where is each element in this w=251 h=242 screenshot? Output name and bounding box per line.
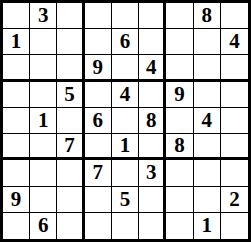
cell-r2c6[interactable] xyxy=(139,29,166,55)
cell-r9c9[interactable] xyxy=(221,213,248,239)
cell-r3c4[interactable]: 9 xyxy=(85,55,112,81)
sudoku-board: 381649454916847187395261 xyxy=(0,0,251,242)
cell-r1c3[interactable] xyxy=(57,3,84,29)
cell-r6c2[interactable] xyxy=(30,134,57,160)
cell-r3c8[interactable] xyxy=(194,55,221,81)
cell-r6c4[interactable] xyxy=(85,134,112,160)
cell-r5c9[interactable] xyxy=(221,108,248,134)
cell-r6c6[interactable] xyxy=(139,134,166,160)
cell-r8c3[interactable] xyxy=(57,187,84,213)
cell-r7c8[interactable] xyxy=(194,160,221,186)
cell-r9c5[interactable] xyxy=(112,213,139,239)
cell-r8c6[interactable] xyxy=(139,187,166,213)
cell-r4c9[interactable] xyxy=(221,82,248,108)
cell-r4c6[interactable] xyxy=(139,82,166,108)
cell-r1c8[interactable]: 8 xyxy=(194,3,221,29)
cell-r2c4[interactable] xyxy=(85,29,112,55)
cell-r2c3[interactable] xyxy=(57,29,84,55)
cell-r5c8[interactable]: 4 xyxy=(194,108,221,134)
cell-r2c1[interactable]: 1 xyxy=(3,29,30,55)
cell-r6c5[interactable]: 1 xyxy=(112,134,139,160)
cell-r1c5[interactable] xyxy=(112,3,139,29)
cell-r8c4[interactable] xyxy=(85,187,112,213)
cell-r5c1[interactable] xyxy=(3,108,30,134)
cell-r5c4[interactable]: 6 xyxy=(85,108,112,134)
cell-r9c2[interactable]: 6 xyxy=(30,213,57,239)
cell-r8c8[interactable] xyxy=(194,187,221,213)
cell-r8c9[interactable]: 2 xyxy=(221,187,248,213)
cell-r1c7[interactable] xyxy=(166,3,193,29)
cell-r4c1[interactable] xyxy=(3,82,30,108)
cell-r2c2[interactable] xyxy=(30,29,57,55)
cell-r3c2[interactable] xyxy=(30,55,57,81)
cell-r9c4[interactable] xyxy=(85,213,112,239)
cell-r3c5[interactable] xyxy=(112,55,139,81)
cell-r3c3[interactable] xyxy=(57,55,84,81)
cell-r6c1[interactable] xyxy=(3,134,30,160)
cell-r7c4[interactable]: 7 xyxy=(85,160,112,186)
cell-r5c7[interactable] xyxy=(166,108,193,134)
cell-r3c7[interactable] xyxy=(166,55,193,81)
cell-r6c8[interactable] xyxy=(194,134,221,160)
cell-r4c2[interactable] xyxy=(30,82,57,108)
cell-r4c3[interactable]: 5 xyxy=(57,82,84,108)
cell-r4c8[interactable] xyxy=(194,82,221,108)
cell-r1c4[interactable] xyxy=(85,3,112,29)
cell-r7c3[interactable] xyxy=(57,160,84,186)
cell-r6c9[interactable] xyxy=(221,134,248,160)
cell-r9c7[interactable] xyxy=(166,213,193,239)
cell-r2c7[interactable] xyxy=(166,29,193,55)
cell-r7c7[interactable] xyxy=(166,160,193,186)
cell-r4c4[interactable] xyxy=(85,82,112,108)
cell-r9c1[interactable] xyxy=(3,213,30,239)
cell-r2c8[interactable] xyxy=(194,29,221,55)
cell-r5c6[interactable]: 8 xyxy=(139,108,166,134)
cell-r8c2[interactable] xyxy=(30,187,57,213)
cell-r5c2[interactable]: 1 xyxy=(30,108,57,134)
cell-r4c7[interactable]: 9 xyxy=(166,82,193,108)
cell-r8c5[interactable]: 5 xyxy=(112,187,139,213)
cell-r7c9[interactable] xyxy=(221,160,248,186)
cell-r3c1[interactable] xyxy=(3,55,30,81)
cell-r5c3[interactable] xyxy=(57,108,84,134)
cell-r8c1[interactable]: 9 xyxy=(3,187,30,213)
cell-r9c8[interactable]: 1 xyxy=(194,213,221,239)
cell-r3c6[interactable]: 4 xyxy=(139,55,166,81)
cell-r6c7[interactable]: 8 xyxy=(166,134,193,160)
cell-r1c9[interactable] xyxy=(221,3,248,29)
cell-r5c5[interactable] xyxy=(112,108,139,134)
cell-r2c5[interactable]: 6 xyxy=(112,29,139,55)
cell-r1c6[interactable] xyxy=(139,3,166,29)
cell-r7c1[interactable] xyxy=(3,160,30,186)
cell-r9c3[interactable] xyxy=(57,213,84,239)
cell-r9c6[interactable] xyxy=(139,213,166,239)
cell-r3c9[interactable] xyxy=(221,55,248,81)
cell-r7c6[interactable]: 3 xyxy=(139,160,166,186)
cell-r1c1[interactable] xyxy=(3,3,30,29)
cell-r8c7[interactable] xyxy=(166,187,193,213)
cell-r4c5[interactable]: 4 xyxy=(112,82,139,108)
cell-r7c5[interactable] xyxy=(112,160,139,186)
cell-r6c3[interactable]: 7 xyxy=(57,134,84,160)
cell-r7c2[interactable] xyxy=(30,160,57,186)
cell-r2c9[interactable]: 4 xyxy=(221,29,248,55)
cell-r1c2[interactable]: 3 xyxy=(30,3,57,29)
